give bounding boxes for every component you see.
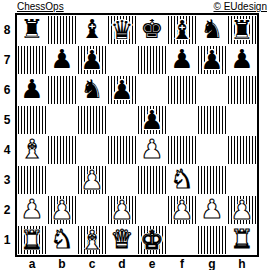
square-a6: ♟ <box>17 75 47 105</box>
square-g5 <box>197 105 227 135</box>
piece-black-pawn: ♟ <box>17 75 47 105</box>
square-g4 <box>197 135 227 165</box>
rank-label-8: 8 <box>0 15 14 45</box>
piece-white-pawn: ♟ <box>48 196 76 224</box>
square-e5: ♟ <box>137 105 167 135</box>
square-a8: ♜ <box>17 15 47 45</box>
square-c1: ♝ <box>77 225 107 255</box>
square-d8: ♛ <box>107 15 137 45</box>
file-label-b: b <box>47 258 77 270</box>
square-h3 <box>227 165 257 195</box>
eudesign-copyright-link[interactable]: © EUdesign <box>213 1 267 12</box>
square-d4 <box>107 135 137 165</box>
file-label-h: h <box>227 258 257 270</box>
piece-black-pawn: ♟ <box>108 76 136 104</box>
piece-black-pawn: ♟ <box>78 46 106 74</box>
piece-white-queen: ♛ <box>107 225 137 255</box>
rank-label-4: 4 <box>0 135 14 165</box>
square-c4 <box>77 135 107 165</box>
chessops-link[interactable]: ChessOps <box>17 1 64 12</box>
file-label-f: f <box>167 258 197 270</box>
piece-white-pawn: ♟ <box>78 166 106 194</box>
square-a7 <box>17 45 47 75</box>
piece-white-pawn: ♟ <box>17 195 47 225</box>
piece-white-knight: ♞ <box>47 225 77 255</box>
square-b7: ♟ <box>47 45 77 75</box>
square-c6: ♞ <box>77 75 107 105</box>
square-d2: ♟ <box>107 195 137 225</box>
chess-board: ♜♝♛♚♝♞♜♟♟♟♟♟♟♞♟♟♝♟♟♞♟♟♟♟♟♟♜♞♝♛♚♜ <box>15 13 259 257</box>
square-g2: ♟ <box>197 195 227 225</box>
square-d5 <box>107 105 137 135</box>
piece-black-rook: ♜ <box>228 16 256 44</box>
square-g6 <box>197 75 227 105</box>
rank-label-6: 6 <box>0 75 14 105</box>
file-label-a: a <box>17 258 47 270</box>
rank-label-7: 7 <box>0 45 14 75</box>
square-e3 <box>137 165 167 195</box>
piece-white-pawn: ♟ <box>197 195 227 225</box>
square-e6 <box>137 75 167 105</box>
square-f3: ♞ <box>167 165 197 195</box>
piece-black-pawn: ♟ <box>167 45 197 75</box>
header: ChessOps © EUdesign <box>0 0 270 13</box>
square-c2 <box>77 195 107 225</box>
square-c3: ♟ <box>77 165 107 195</box>
file-label-d: d <box>107 258 137 270</box>
square-h8: ♜ <box>227 15 257 45</box>
square-b5 <box>47 105 77 135</box>
square-c8: ♝ <box>77 15 107 45</box>
square-f1 <box>167 225 197 255</box>
square-e4: ♟ <box>137 135 167 165</box>
chessops-page: ChessOps © EUdesign ♜♝♛♚♝♞♜♟♟♟♟♟♟♞♟♟♝♟♟♞… <box>0 0 270 270</box>
square-h2: ♟ <box>227 195 257 225</box>
rank-label-5: 5 <box>0 105 14 135</box>
piece-black-pawn: ♟ <box>47 45 77 75</box>
piece-white-pawn: ♟ <box>228 196 256 224</box>
square-g3 <box>197 165 227 195</box>
piece-white-rook: ♜ <box>227 225 257 255</box>
piece-black-pawn: ♟ <box>198 46 226 74</box>
square-g8: ♞ <box>197 15 227 45</box>
square-a2: ♟ <box>17 195 47 225</box>
square-a4: ♝ <box>17 135 47 165</box>
square-g1 <box>197 225 227 255</box>
square-b1: ♞ <box>47 225 77 255</box>
square-f2: ♟ <box>167 195 197 225</box>
piece-white-bishop: ♝ <box>17 135 47 165</box>
piece-white-bishop: ♝ <box>78 226 106 254</box>
square-a3 <box>17 165 47 195</box>
piece-black-king: ♚ <box>137 15 167 45</box>
piece-white-rook: ♜ <box>18 226 46 254</box>
piece-white-pawn: ♟ <box>168 196 196 224</box>
rank-label-3: 3 <box>0 165 14 195</box>
piece-black-queen: ♛ <box>108 16 136 44</box>
rank-label-2: 2 <box>0 195 14 225</box>
square-d6: ♟ <box>107 75 137 105</box>
square-h1: ♜ <box>227 225 257 255</box>
square-d3 <box>107 165 137 195</box>
square-h6 <box>227 75 257 105</box>
square-f6 <box>167 75 197 105</box>
piece-black-bishop: ♝ <box>168 16 196 44</box>
square-b8 <box>47 15 77 45</box>
square-c7: ♟ <box>77 45 107 75</box>
square-e8: ♚ <box>137 15 167 45</box>
file-label-e: e <box>137 258 167 270</box>
square-c5 <box>77 105 107 135</box>
file-label-g: g <box>197 258 227 270</box>
piece-white-pawn: ♟ <box>137 135 167 165</box>
square-f5 <box>167 105 197 135</box>
square-h5 <box>227 105 257 135</box>
piece-white-pawn: ♟ <box>108 196 136 224</box>
piece-white-king: ♚ <box>138 226 166 254</box>
square-a5 <box>17 105 47 135</box>
square-g7: ♟ <box>197 45 227 75</box>
square-f8: ♝ <box>167 15 197 45</box>
piece-black-bishop: ♝ <box>77 15 107 45</box>
square-d1: ♛ <box>107 225 137 255</box>
square-e2 <box>137 195 167 225</box>
square-d7 <box>107 45 137 75</box>
piece-black-knight: ♞ <box>197 15 227 45</box>
piece-white-knight: ♞ <box>167 165 197 195</box>
square-b4 <box>47 135 77 165</box>
piece-black-pawn: ♟ <box>138 106 166 134</box>
square-h4 <box>227 135 257 165</box>
square-b3 <box>47 165 77 195</box>
piece-black-knight: ♞ <box>77 75 107 105</box>
square-b2: ♟ <box>47 195 77 225</box>
file-label-c: c <box>77 258 107 270</box>
square-f4 <box>167 135 197 165</box>
square-e1: ♚ <box>137 225 167 255</box>
piece-black-pawn: ♟ <box>227 45 257 75</box>
rank-label-1: 1 <box>0 225 14 255</box>
square-e7 <box>137 45 167 75</box>
square-b6 <box>47 75 77 105</box>
piece-black-rook: ♜ <box>17 15 47 45</box>
square-f7: ♟ <box>167 45 197 75</box>
square-a1: ♜ <box>17 225 47 255</box>
square-h7: ♟ <box>227 45 257 75</box>
